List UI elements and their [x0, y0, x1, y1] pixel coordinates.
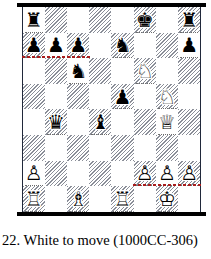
black-queen-b4: ♛ — [47, 112, 65, 132]
white-knight-g5: ♞♘ — [158, 87, 176, 107]
black-pawn-e5: ♟ — [114, 87, 132, 107]
square-d2 — [89, 161, 111, 187]
square-h7: ♟ — [178, 33, 200, 59]
square-c2 — [67, 161, 89, 187]
square-f8: ♚ — [134, 7, 156, 33]
square-h2: ♟♙ — [178, 161, 200, 187]
square-d6 — [89, 58, 111, 84]
white-rook-e1: ♜♖ — [114, 189, 132, 209]
square-b2 — [45, 161, 67, 187]
black-pawn-b7: ♟ — [47, 35, 65, 55]
square-a8: ♜ — [23, 7, 45, 33]
square-f6: ♞♘ — [134, 58, 156, 84]
black-pawn-h7: ♟ — [180, 35, 198, 55]
square-h4 — [178, 109, 200, 135]
black-knight-e7: ♞ — [114, 35, 132, 55]
white-pawn-h2: ♟♙ — [180, 163, 198, 183]
square-c3 — [67, 135, 89, 161]
black-rook-h8: ♜ — [180, 10, 198, 30]
square-f1 — [134, 186, 156, 212]
white-pawn-f2: ♟♙ — [136, 163, 154, 183]
square-h5 — [178, 84, 200, 110]
square-g4: ♛♕ — [156, 109, 178, 135]
black-king-f8: ♚ — [136, 10, 154, 30]
square-g5: ♞♘ — [156, 84, 178, 110]
square-e8 — [111, 7, 133, 33]
board-frame: ♜♚♜♟♟♟♞♟♞♞♘♟♞♘♛♝♛♕♟♙♟♙♟♙♟♙♜♖♝♗♜♖♚♔ — [17, 3, 206, 216]
square-f3 — [134, 135, 156, 161]
square-b7: ♟ — [45, 33, 67, 59]
square-g1: ♚♔ — [156, 186, 178, 212]
square-c5 — [67, 84, 89, 110]
square-c8 — [67, 7, 89, 33]
black-bishop-d4: ♝ — [91, 112, 109, 132]
square-a1: ♜♖ — [23, 186, 45, 212]
black-rook-a8: ♜ — [25, 10, 43, 30]
square-c6: ♞ — [67, 58, 89, 84]
red-underline-artifact-f2-h2 — [133, 184, 202, 186]
square-b1 — [45, 186, 67, 212]
square-e2 — [111, 161, 133, 187]
square-b4: ♛ — [45, 109, 67, 135]
red-underline-artifact-a7-c7 — [22, 56, 91, 58]
square-c7: ♟ — [67, 33, 89, 59]
square-b6 — [45, 58, 67, 84]
square-c1: ♝♗ — [67, 186, 89, 212]
square-d8 — [89, 7, 111, 33]
square-e7: ♞ — [111, 33, 133, 59]
black-pawn-c7: ♟ — [69, 35, 87, 55]
black-knight-c6: ♞ — [69, 61, 87, 81]
square-d1 — [89, 186, 111, 212]
white-knight-f6: ♞♘ — [136, 61, 154, 81]
square-a6 — [23, 58, 45, 84]
chess-diagram-page: ♜♚♜♟♟♟♞♟♞♞♘♟♞♘♛♝♛♕♟♙♟♙♟♙♟♙♜♖♝♗♜♖♚♔ 22. W… — [0, 0, 211, 259]
square-g6 — [156, 58, 178, 84]
square-h3 — [178, 135, 200, 161]
square-f5 — [134, 84, 156, 110]
square-c4 — [67, 109, 89, 135]
white-king-g1: ♚♔ — [158, 189, 176, 209]
square-g2: ♟♙ — [156, 161, 178, 187]
black-pawn-a7: ♟ — [25, 35, 43, 55]
square-d5 — [89, 84, 111, 110]
diagram-caption: 22. White to move (1000CC-306) — [2, 232, 198, 249]
white-rook-a1: ♜♖ — [25, 189, 43, 209]
square-g7 — [156, 33, 178, 59]
square-e6 — [111, 58, 133, 84]
white-pawn-a2: ♟♙ — [25, 163, 43, 183]
white-bishop-c1: ♝♗ — [69, 189, 87, 209]
square-e3 — [111, 135, 133, 161]
white-queen-g4: ♛♕ — [158, 112, 176, 132]
square-e1: ♜♖ — [111, 186, 133, 212]
square-f2: ♟♙ — [134, 161, 156, 187]
square-g8 — [156, 7, 178, 33]
square-h6 — [178, 58, 200, 84]
square-h1 — [178, 186, 200, 212]
square-d3 — [89, 135, 111, 161]
square-d7 — [89, 33, 111, 59]
square-b3 — [45, 135, 67, 161]
square-g3 — [156, 135, 178, 161]
square-b8 — [45, 7, 67, 33]
square-a4 — [23, 109, 45, 135]
square-a5 — [23, 84, 45, 110]
chess-board: ♜♚♜♟♟♟♞♟♞♞♘♟♞♘♛♝♛♕♟♙♟♙♟♙♟♙♜♖♝♗♜♖♚♔ — [22, 7, 202, 212]
square-a7: ♟ — [23, 33, 45, 59]
square-a2: ♟♙ — [23, 161, 45, 187]
square-e5: ♟ — [111, 84, 133, 110]
square-f4 — [134, 109, 156, 135]
square-b5 — [45, 84, 67, 110]
square-d4: ♝ — [89, 109, 111, 135]
square-f7 — [134, 33, 156, 59]
square-a3 — [23, 135, 45, 161]
square-h8: ♜ — [178, 7, 200, 33]
square-e4 — [111, 109, 133, 135]
white-pawn-g2: ♟♙ — [158, 163, 176, 183]
